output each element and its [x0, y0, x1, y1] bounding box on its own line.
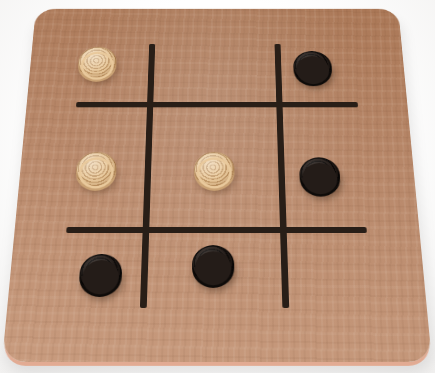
- board-grid: ○●○○●●●: [2, 9, 432, 362]
- light-disc-glyph: ○: [194, 152, 235, 188]
- light-wood-disc[interactable]: ○: [194, 152, 235, 188]
- cell-a2[interactable]: ○: [15, 104, 150, 229]
- scene: ○●○○●●●: [0, 0, 435, 373]
- tic-tac-toe-board: ○●○○●●●: [2, 9, 432, 362]
- dark-wood-disc[interactable]: ●: [293, 51, 333, 83]
- dark-disc-glyph: ●: [78, 254, 122, 293]
- dark-wood-disc[interactable]: ●: [192, 245, 234, 284]
- cell-c3[interactable]: ●: [276, 9, 407, 105]
- dark-disc-glyph: ●: [299, 157, 341, 193]
- light-disc-glyph: ○: [77, 47, 117, 79]
- light-disc-glyph: ○: [75, 152, 117, 188]
- dark-disc-glyph: ●: [293, 51, 333, 83]
- cell-c1[interactable]: [283, 230, 432, 362]
- cell-a1[interactable]: ●: [2, 230, 145, 362]
- dark-wood-disc[interactable]: ●: [78, 254, 122, 293]
- cell-b3[interactable]: [150, 9, 279, 105]
- dark-wood-disc[interactable]: ●: [299, 157, 341, 193]
- cell-b1[interactable]: ●: [141, 230, 287, 362]
- cell-c2[interactable]: ●: [279, 104, 419, 229]
- light-wood-disc[interactable]: ○: [77, 47, 117, 79]
- dark-disc-glyph: ●: [192, 245, 234, 284]
- light-wood-disc[interactable]: ○: [75, 152, 117, 188]
- cell-a3[interactable]: ○: [27, 9, 153, 105]
- cell-b2[interactable]: ○: [145, 104, 282, 229]
